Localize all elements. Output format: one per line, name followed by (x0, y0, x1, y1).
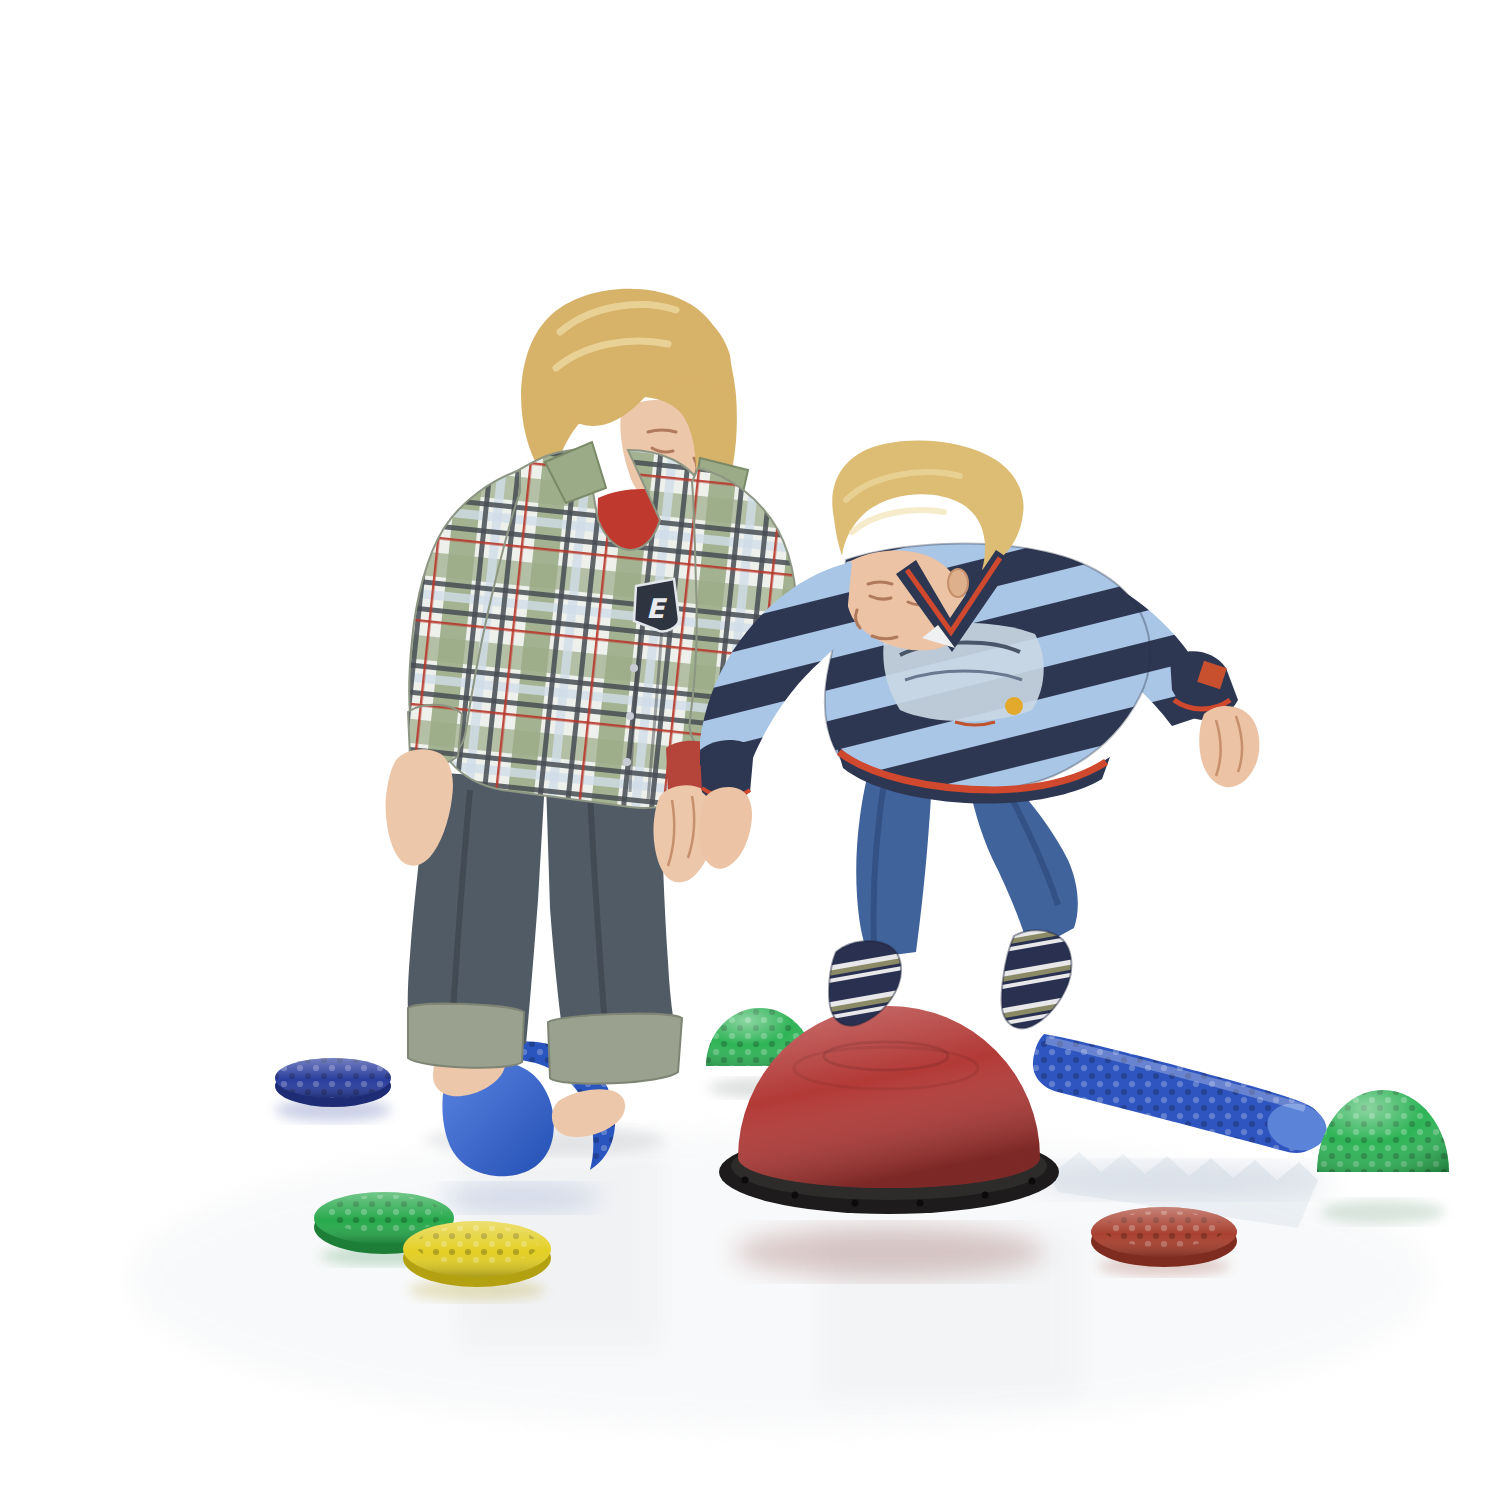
blue-balance-disc (275, 1058, 391, 1107)
disc-shade (275, 1058, 391, 1098)
green-dome-right-reflection (1321, 1200, 1445, 1224)
yellow-balance-disc (403, 1221, 551, 1287)
scene-svg: E (0, 0, 1500, 1500)
blue-roller-reflection (1030, 1162, 1330, 1198)
jeans-cuff-left (408, 1004, 524, 1068)
wedge-reflection (438, 1184, 602, 1212)
disc-shade (1091, 1207, 1237, 1257)
photo-scene: E (0, 0, 1500, 1500)
jeans-cuff-right (548, 1014, 682, 1084)
disc-shade (403, 1221, 551, 1277)
red-dome-reflection (734, 1226, 1044, 1278)
ear (948, 569, 968, 597)
red-balance-disc (1091, 1207, 1237, 1267)
shirt-patch: E (634, 579, 679, 631)
